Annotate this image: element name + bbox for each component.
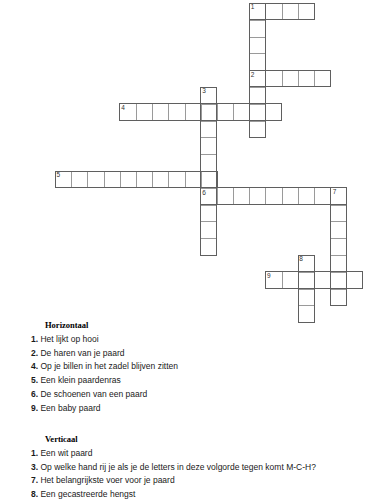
grid-cell[interactable] bbox=[152, 104, 168, 121]
grid-cell[interactable] bbox=[201, 171, 217, 188]
grid-cell[interactable] bbox=[185, 171, 201, 188]
cell-number: 7 bbox=[333, 188, 337, 196]
clue-item: 2. De haren van je paard bbox=[31, 347, 178, 361]
grid-cell[interactable] bbox=[265, 188, 281, 205]
clue-text: Op je billen in het zadel blijven zitten bbox=[38, 361, 178, 371]
grid-cell[interactable] bbox=[217, 104, 233, 121]
grid-cell[interactable]: 1 bbox=[249, 3, 265, 20]
grid-cell[interactable]: 6 bbox=[201, 188, 217, 205]
cell-number: 8 bbox=[299, 255, 303, 263]
down-clues-section: Verticaal 1. Een wit paard3. Op welke ha… bbox=[31, 434, 316, 500]
grid-cell[interactable] bbox=[282, 272, 298, 289]
grid-cell[interactable] bbox=[120, 171, 136, 188]
grid-cell[interactable]: 3 bbox=[201, 87, 217, 104]
grid-cell[interactable] bbox=[249, 37, 265, 54]
clue-text: Een klein paardenras bbox=[38, 375, 121, 385]
grid-cell[interactable]: 4 bbox=[120, 104, 136, 121]
grid-cell[interactable] bbox=[282, 3, 298, 20]
grid-cell[interactable] bbox=[298, 70, 314, 87]
grid-cell[interactable]: 7 bbox=[330, 188, 346, 205]
grid-cell[interactable] bbox=[282, 70, 298, 87]
cell-number: 4 bbox=[121, 104, 125, 112]
clue-text: Een gecastreerde hengst bbox=[38, 489, 135, 499]
grid-cell[interactable] bbox=[136, 104, 152, 121]
clue-text: Het lijkt op hooi bbox=[38, 334, 98, 344]
clue-text: Een wit paard bbox=[38, 448, 92, 458]
grid-cell[interactable] bbox=[298, 188, 314, 205]
grid-cell[interactable] bbox=[249, 104, 265, 121]
grid-cell[interactable] bbox=[249, 87, 265, 104]
grid-cell[interactable] bbox=[201, 137, 217, 154]
grid-cell[interactable]: 5 bbox=[55, 171, 71, 188]
clue-text: Op welke hand rij je als je de letters i… bbox=[38, 462, 316, 472]
grid-cell[interactable] bbox=[265, 3, 281, 20]
grid-cell[interactable] bbox=[298, 3, 314, 20]
grid-cell[interactable] bbox=[249, 121, 265, 138]
grid-cell[interactable] bbox=[233, 188, 249, 205]
grid-cell[interactable] bbox=[249, 53, 265, 70]
grid-cell[interactable] bbox=[152, 171, 168, 188]
grid-cell[interactable] bbox=[314, 70, 330, 87]
grid-cell[interactable] bbox=[298, 289, 314, 306]
clue-item: 7. Het belangrijkste voer voor je paard bbox=[31, 474, 316, 488]
grid-cell[interactable] bbox=[201, 121, 217, 138]
clue-item: 8. Een gecastreerde hengst bbox=[31, 488, 316, 500]
grid-cell[interactable] bbox=[233, 104, 249, 121]
grid-cell[interactable]: 2 bbox=[249, 70, 265, 87]
cell-number: 2 bbox=[251, 71, 255, 79]
grid-cell[interactable] bbox=[136, 171, 152, 188]
clue-text: De haren van je paard bbox=[38, 348, 124, 358]
grid-cell[interactable] bbox=[104, 171, 120, 188]
clue-text: Het belangrijkste voer voor je paard bbox=[38, 475, 175, 485]
clue-item: 1. Het lijkt op hooi bbox=[31, 333, 178, 347]
grid-cell[interactable] bbox=[201, 154, 217, 171]
grid-cell[interactable]: 9 bbox=[265, 272, 281, 289]
across-clue-list: 1. Het lijkt op hooi2. De haren van je p… bbox=[31, 333, 178, 415]
grid-cell[interactable] bbox=[314, 272, 330, 289]
down-heading: Verticaal bbox=[45, 434, 316, 444]
cell-number: 3 bbox=[202, 87, 206, 95]
grid-cell[interactable] bbox=[168, 104, 184, 121]
clue-item: 3. Op welke hand rij je als je de letter… bbox=[31, 461, 316, 475]
cell-number: 5 bbox=[57, 171, 61, 179]
grid-cell[interactable] bbox=[298, 272, 314, 289]
clue-item: 1. Een wit paard bbox=[31, 447, 316, 461]
clue-item: 5. Een klein paardenras bbox=[31, 374, 178, 388]
clue-item: 9. Een baby paard bbox=[31, 402, 178, 416]
grid-cell[interactable] bbox=[201, 104, 217, 121]
across-heading: Horizontaal bbox=[45, 320, 178, 330]
grid-cell[interactable] bbox=[314, 188, 330, 205]
crossword-page: 123456789 Horizontaal 1. Het lijkt op ho… bbox=[0, 0, 380, 500]
cell-number: 6 bbox=[202, 189, 206, 197]
grid-cell[interactable] bbox=[249, 20, 265, 37]
grid-cell[interactable] bbox=[330, 289, 346, 306]
grid-cell[interactable] bbox=[249, 188, 265, 205]
grid-cell[interactable] bbox=[330, 221, 346, 238]
grid-cell[interactable] bbox=[71, 171, 87, 188]
clue-item: 4. Op je billen in het zadel blijven zit… bbox=[31, 360, 178, 374]
clue-text: Een baby paard bbox=[38, 403, 100, 413]
clue-text: De schoenen van een paard bbox=[38, 389, 147, 399]
grid-cell[interactable] bbox=[346, 272, 362, 289]
grid-cell[interactable] bbox=[282, 188, 298, 205]
grid-cell[interactable] bbox=[330, 255, 346, 272]
cell-number: 1 bbox=[251, 3, 255, 11]
across-clues-section: Horizontaal 1. Het lijkt op hooi2. De ha… bbox=[31, 320, 178, 415]
grid-cell[interactable] bbox=[330, 205, 346, 222]
grid-cell[interactable] bbox=[330, 238, 346, 255]
grid-cell[interactable] bbox=[87, 171, 103, 188]
down-clue-list: 1. Een wit paard3. Op welke hand rij je … bbox=[31, 447, 316, 500]
grid-cell[interactable] bbox=[201, 221, 217, 238]
grid-cell[interactable] bbox=[168, 171, 184, 188]
cell-number: 9 bbox=[267, 272, 271, 280]
grid-cell[interactable]: 8 bbox=[298, 255, 314, 272]
grid-cell[interactable] bbox=[201, 238, 217, 255]
crossword-board: 123456789 bbox=[55, 3, 363, 322]
grid-cell[interactable] bbox=[265, 104, 281, 121]
grid-cell[interactable] bbox=[265, 70, 281, 87]
grid-cell[interactable] bbox=[185, 104, 201, 121]
grid-cell[interactable] bbox=[201, 205, 217, 222]
clue-item: 6. De schoenen van een paard bbox=[31, 388, 178, 402]
grid-cell[interactable] bbox=[298, 305, 314, 322]
grid-cell[interactable] bbox=[217, 188, 233, 205]
grid-cell[interactable] bbox=[330, 272, 346, 289]
